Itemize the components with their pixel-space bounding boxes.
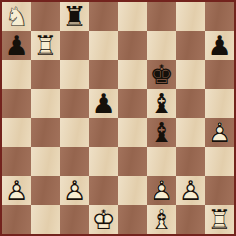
square-d1[interactable]: ♚♔ — [89, 205, 118, 234]
square-d2[interactable] — [89, 176, 118, 205]
square-b3[interactable] — [31, 147, 60, 176]
chess-board: ♞♘♜♟♜♖♟♚♟♝♝♟♙♟♙♟♙♟♙♟♙♚♔♝♗♜♖ — [0, 0, 236, 236]
square-b7[interactable]: ♜♖ — [31, 31, 60, 60]
square-h4[interactable]: ♟♙ — [205, 118, 234, 147]
square-c6[interactable] — [60, 60, 89, 89]
black-rook[interactable]: ♜ — [60, 2, 89, 31]
square-h1[interactable]: ♜♖ — [205, 205, 234, 234]
square-f1[interactable]: ♝♗ — [147, 205, 176, 234]
black-bishop[interactable]: ♝ — [147, 118, 176, 147]
square-d4[interactable] — [89, 118, 118, 147]
square-d6[interactable] — [89, 60, 118, 89]
square-h6[interactable] — [205, 60, 234, 89]
square-b1[interactable] — [31, 205, 60, 234]
square-d3[interactable] — [89, 147, 118, 176]
white-rook[interactable]: ♖ — [31, 31, 60, 60]
square-c8[interactable]: ♜ — [60, 2, 89, 31]
square-f3[interactable] — [147, 147, 176, 176]
square-g4[interactable] — [176, 118, 205, 147]
square-e4[interactable] — [118, 118, 147, 147]
square-h2[interactable] — [205, 176, 234, 205]
square-h3[interactable] — [205, 147, 234, 176]
square-c2[interactable]: ♟♙ — [60, 176, 89, 205]
white-bishop[interactable]: ♗ — [147, 205, 176, 234]
square-e2[interactable] — [118, 176, 147, 205]
square-a1[interactable] — [2, 205, 31, 234]
square-a6[interactable] — [2, 60, 31, 89]
square-b5[interactable] — [31, 89, 60, 118]
square-b4[interactable] — [31, 118, 60, 147]
square-g2[interactable]: ♟♙ — [176, 176, 205, 205]
black-pawn[interactable]: ♟ — [2, 31, 31, 60]
square-f6[interactable]: ♚ — [147, 60, 176, 89]
white-pawn[interactable]: ♙ — [2, 176, 31, 205]
square-b6[interactable] — [31, 60, 60, 89]
square-g3[interactable] — [176, 147, 205, 176]
square-g6[interactable] — [176, 60, 205, 89]
square-e3[interactable] — [118, 147, 147, 176]
black-pawn[interactable]: ♟ — [205, 31, 234, 60]
square-f2[interactable]: ♟♙ — [147, 176, 176, 205]
square-b2[interactable] — [31, 176, 60, 205]
square-c4[interactable] — [60, 118, 89, 147]
square-c1[interactable] — [60, 205, 89, 234]
square-a7[interactable]: ♟ — [2, 31, 31, 60]
white-king[interactable]: ♔ — [89, 205, 118, 234]
white-knight[interactable]: ♘ — [2, 2, 31, 31]
square-f4[interactable]: ♝ — [147, 118, 176, 147]
square-d7[interactable] — [89, 31, 118, 60]
square-d5[interactable]: ♟ — [89, 89, 118, 118]
square-f5[interactable]: ♝ — [147, 89, 176, 118]
square-a3[interactable] — [2, 147, 31, 176]
square-h7[interactable]: ♟ — [205, 31, 234, 60]
square-g5[interactable] — [176, 89, 205, 118]
square-g1[interactable] — [176, 205, 205, 234]
square-g7[interactable] — [176, 31, 205, 60]
square-c5[interactable] — [60, 89, 89, 118]
white-pawn[interactable]: ♙ — [176, 176, 205, 205]
square-c7[interactable] — [60, 31, 89, 60]
white-pawn[interactable]: ♙ — [60, 176, 89, 205]
square-d8[interactable] — [89, 2, 118, 31]
black-king[interactable]: ♚ — [147, 60, 176, 89]
square-a4[interactable] — [2, 118, 31, 147]
white-pawn[interactable]: ♙ — [147, 176, 176, 205]
square-e1[interactable] — [118, 205, 147, 234]
square-f8[interactable] — [147, 2, 176, 31]
square-a8[interactable]: ♞♘ — [2, 2, 31, 31]
chess-board-window: ♞♘♜♟♜♖♟♚♟♝♝♟♙♟♙♟♙♟♙♟♙♚♔♝♗♜♖ — [0, 0, 236, 236]
white-rook[interactable]: ♖ — [205, 205, 234, 234]
square-g8[interactable] — [176, 2, 205, 31]
white-pawn[interactable]: ♙ — [205, 118, 234, 147]
square-a2[interactable]: ♟♙ — [2, 176, 31, 205]
black-bishop[interactable]: ♝ — [147, 89, 176, 118]
square-h8[interactable] — [205, 2, 234, 31]
square-e6[interactable] — [118, 60, 147, 89]
square-a5[interactable] — [2, 89, 31, 118]
square-h5[interactable] — [205, 89, 234, 118]
square-e7[interactable] — [118, 31, 147, 60]
square-e8[interactable] — [118, 2, 147, 31]
black-pawn[interactable]: ♟ — [89, 89, 118, 118]
square-b8[interactable] — [31, 2, 60, 31]
square-f7[interactable] — [147, 31, 176, 60]
square-c3[interactable] — [60, 147, 89, 176]
square-e5[interactable] — [118, 89, 147, 118]
